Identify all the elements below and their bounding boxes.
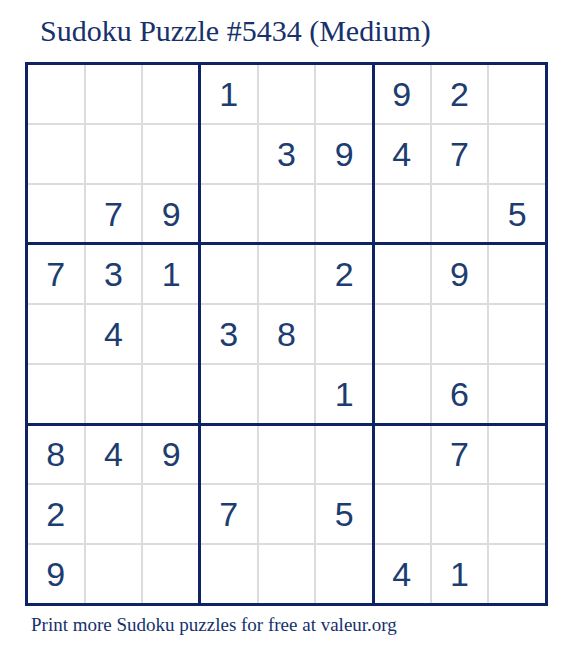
cell-r8c3 — [143, 485, 199, 543]
cell-r6c2 — [86, 365, 142, 423]
cell-r8c4: 7 — [201, 485, 257, 543]
cell-r9c2 — [86, 545, 142, 603]
cell-r6c5 — [259, 365, 315, 423]
cell-r4c9 — [489, 245, 545, 303]
cell-r6c7 — [374, 365, 430, 423]
cell-r1c1 — [28, 65, 84, 123]
cell-r2c5: 3 — [259, 125, 315, 183]
cell-r9c1: 9 — [28, 545, 84, 603]
cell-r8c7 — [374, 485, 430, 543]
cell-r9c9 — [489, 545, 545, 603]
cell-r2c9 — [489, 125, 545, 183]
cell-r7c1: 8 — [28, 425, 84, 483]
box-divider-vertical-2 — [372, 65, 375, 603]
cell-r7c9 — [489, 425, 545, 483]
box-divider-vertical-1 — [198, 65, 201, 603]
cell-r3c3: 9 — [143, 185, 199, 243]
cell-r3c9: 5 — [489, 185, 545, 243]
box-divider-horizontal-2 — [28, 423, 545, 426]
cell-r5c8 — [432, 305, 488, 363]
cell-r3c8 — [432, 185, 488, 243]
cell-r9c4 — [201, 545, 257, 603]
cell-r9c6 — [316, 545, 372, 603]
sudoku-page: Sudoku Puzzle #5434 (Medium) 19239477957… — [0, 0, 574, 651]
cell-r7c8: 7 — [432, 425, 488, 483]
cell-r2c4 — [201, 125, 257, 183]
cell-r3c6 — [316, 185, 372, 243]
cell-r2c8: 7 — [432, 125, 488, 183]
cell-r4c1: 7 — [28, 245, 84, 303]
cell-r1c9 — [489, 65, 545, 123]
sudoku-board: 192394779573129438168497275941 — [25, 62, 548, 606]
cell-r9c5 — [259, 545, 315, 603]
cell-r4c4 — [201, 245, 257, 303]
cell-r7c5 — [259, 425, 315, 483]
cell-r1c3 — [143, 65, 199, 123]
cell-r2c7: 4 — [374, 125, 430, 183]
cell-r3c4 — [201, 185, 257, 243]
cell-r8c8 — [432, 485, 488, 543]
cell-r3c7 — [374, 185, 430, 243]
cell-r7c6 — [316, 425, 372, 483]
cell-r3c5 — [259, 185, 315, 243]
footer-credit: Print more Sudoku puzzles for free at va… — [31, 614, 397, 636]
cell-r4c7 — [374, 245, 430, 303]
cell-r6c1 — [28, 365, 84, 423]
cell-r1c2 — [86, 65, 142, 123]
cell-r4c2: 3 — [86, 245, 142, 303]
cell-r1c7: 9 — [374, 65, 430, 123]
box-divider-horizontal-1 — [28, 242, 545, 245]
cell-r8c5 — [259, 485, 315, 543]
cell-r5c9 — [489, 305, 545, 363]
cell-r5c5: 8 — [259, 305, 315, 363]
cell-r8c1: 2 — [28, 485, 84, 543]
cell-r2c3 — [143, 125, 199, 183]
cell-r1c4: 1 — [201, 65, 257, 123]
cell-r5c2: 4 — [86, 305, 142, 363]
cell-r4c5 — [259, 245, 315, 303]
cell-r5c1 — [28, 305, 84, 363]
cell-r6c6: 1 — [316, 365, 372, 423]
cell-r6c8: 6 — [432, 365, 488, 423]
cell-r4c6: 2 — [316, 245, 372, 303]
cell-r8c2 — [86, 485, 142, 543]
page-title: Sudoku Puzzle #5434 (Medium) — [40, 12, 431, 50]
cell-r9c8: 1 — [432, 545, 488, 603]
cell-r7c7 — [374, 425, 430, 483]
cell-r5c6 — [316, 305, 372, 363]
cell-r9c7: 4 — [374, 545, 430, 603]
cell-r9c3 — [143, 545, 199, 603]
cell-r2c1 — [28, 125, 84, 183]
cell-r5c3 — [143, 305, 199, 363]
cell-r1c8: 2 — [432, 65, 488, 123]
cell-r8c9 — [489, 485, 545, 543]
cell-r4c8: 9 — [432, 245, 488, 303]
cell-r3c1 — [28, 185, 84, 243]
cell-r7c3: 9 — [143, 425, 199, 483]
sudoku-grid: 192394779573129438168497275941 — [28, 65, 545, 603]
cell-r3c2: 7 — [86, 185, 142, 243]
cell-r6c9 — [489, 365, 545, 423]
cell-r1c5 — [259, 65, 315, 123]
cell-r6c4 — [201, 365, 257, 423]
cell-r4c3: 1 — [143, 245, 199, 303]
cell-r2c6: 9 — [316, 125, 372, 183]
cell-r8c6: 5 — [316, 485, 372, 543]
cell-r5c7 — [374, 305, 430, 363]
cell-r2c2 — [86, 125, 142, 183]
cell-r7c2: 4 — [86, 425, 142, 483]
cell-r5c4: 3 — [201, 305, 257, 363]
cell-r7c4 — [201, 425, 257, 483]
cell-r6c3 — [143, 365, 199, 423]
cell-r1c6 — [316, 65, 372, 123]
